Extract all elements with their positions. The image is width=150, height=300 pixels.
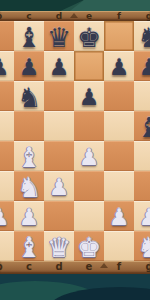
- square-e1[interactable]: ♚: [74, 231, 104, 261]
- square-c5[interactable]: [14, 111, 44, 141]
- square-f4[interactable]: [104, 141, 134, 171]
- square-e7[interactable]: [74, 51, 104, 81]
- white-pawn[interactable]: ♟: [49, 174, 70, 200]
- white-queen[interactable]: ♛: [47, 232, 71, 263]
- square-f2[interactable]: ♟: [104, 201, 134, 231]
- file-label-c: c: [14, 261, 44, 274]
- black-knight[interactable]: ♞: [17, 82, 41, 113]
- square-b6[interactable]: [0, 81, 14, 111]
- file-label-c: c: [14, 11, 44, 21]
- white-knight[interactable]: ♞: [17, 172, 41, 203]
- backdrop-bottom: [0, 273, 150, 300]
- square-g4[interactable]: [134, 141, 150, 171]
- square-g3[interactable]: [134, 171, 150, 201]
- white-pawn[interactable]: ♟: [109, 204, 130, 230]
- square-g6[interactable]: [134, 81, 150, 111]
- square-f6[interactable]: [104, 81, 134, 111]
- black-pawn[interactable]: ♟: [19, 54, 40, 80]
- wood-chevron-icon: [70, 13, 78, 18]
- square-d1[interactable]: ♛: [44, 231, 74, 261]
- square-e3[interactable]: [74, 171, 104, 201]
- square-d4[interactable]: [44, 141, 74, 171]
- white-bishop[interactable]: ♝: [17, 142, 41, 173]
- square-b8[interactable]: [0, 21, 14, 51]
- black-pawn[interactable]: ♟: [79, 84, 100, 110]
- black-bishop[interactable]: ♝: [137, 112, 150, 143]
- black-pawn[interactable]: ♟: [0, 54, 9, 80]
- chess-board[interactable]: ♜♝♛♚♞♜♟♟♟♟♟♟♟♞♟♝♝♟♞♟♟♟♟♟♟♟♜♝♛♚♞♜: [0, 21, 150, 261]
- square-f7[interactable]: ♟: [104, 51, 134, 81]
- square-c4[interactable]: ♝: [14, 141, 44, 171]
- black-queen[interactable]: ♛: [47, 22, 71, 53]
- white-bishop[interactable]: ♝: [17, 232, 41, 263]
- square-f8[interactable]: [104, 21, 134, 51]
- file-label-g: g: [134, 11, 150, 21]
- black-pawn[interactable]: ♟: [109, 54, 130, 80]
- square-e5[interactable]: [74, 111, 104, 141]
- square-e6[interactable]: ♟: [74, 81, 104, 111]
- square-c2[interactable]: ♟: [14, 201, 44, 231]
- wood-chevron-icon: [100, 263, 108, 268]
- square-b2[interactable]: ♟: [0, 201, 14, 231]
- square-e2[interactable]: [74, 201, 104, 231]
- square-c8[interactable]: ♝: [14, 21, 44, 51]
- square-c7[interactable]: ♟: [14, 51, 44, 81]
- white-knight[interactable]: ♞: [137, 232, 150, 263]
- square-d3[interactable]: ♟: [44, 171, 74, 201]
- square-b4[interactable]: [0, 141, 14, 171]
- square-d8[interactable]: ♛: [44, 21, 74, 51]
- square-g7[interactable]: ♟: [134, 51, 150, 81]
- square-f3[interactable]: [104, 171, 134, 201]
- file-label-b: b: [0, 11, 14, 21]
- file-label-b: b: [0, 261, 14, 274]
- board-frame-bottom: abcdefgh: [0, 261, 150, 274]
- square-g1[interactable]: ♞: [134, 231, 150, 261]
- square-g2[interactable]: ♟: [134, 201, 150, 231]
- file-label-f: f: [104, 11, 134, 21]
- square-b7[interactable]: ♟: [0, 51, 14, 81]
- square-d2[interactable]: [44, 201, 74, 231]
- white-king[interactable]: ♚: [77, 232, 101, 263]
- white-pawn[interactable]: ♟: [19, 204, 40, 230]
- square-c3[interactable]: ♞: [14, 171, 44, 201]
- square-b1[interactable]: [0, 231, 14, 261]
- square-c1[interactable]: ♝: [14, 231, 44, 261]
- file-labels-bottom: abcdefgh: [0, 261, 150, 274]
- square-f1[interactable]: [104, 231, 134, 261]
- black-bishop[interactable]: ♝: [17, 22, 41, 53]
- square-e8[interactable]: ♚: [74, 21, 104, 51]
- square-b5[interactable]: [0, 111, 14, 141]
- file-label-d: d: [44, 261, 74, 274]
- square-f5[interactable]: [104, 111, 134, 141]
- white-pawn[interactable]: ♟: [139, 204, 150, 230]
- square-e4[interactable]: ♟: [74, 141, 104, 171]
- board-frame-top: abcdefgh: [0, 11, 150, 21]
- black-pawn[interactable]: ♟: [139, 54, 150, 80]
- black-pawn[interactable]: ♟: [49, 54, 70, 80]
- file-label-e: e: [74, 11, 104, 21]
- file-label-g: g: [134, 261, 150, 274]
- black-king[interactable]: ♚: [77, 22, 101, 53]
- square-g8[interactable]: ♞: [134, 21, 150, 51]
- file-label-f: f: [104, 261, 134, 274]
- square-g5[interactable]: ♝: [134, 111, 150, 141]
- chess-app-screen: abcdefgh ♜♝♛♚♞♜♟♟♟♟♟♟♟♞♟♝♝♟♞♟♟♟♟♟♟♟♜♝♛♚♞…: [0, 0, 150, 300]
- square-d7[interactable]: ♟: [44, 51, 74, 81]
- white-pawn[interactable]: ♟: [0, 204, 9, 230]
- black-knight[interactable]: ♞: [137, 22, 150, 53]
- square-c6[interactable]: ♞: [14, 81, 44, 111]
- white-pawn[interactable]: ♟: [79, 144, 100, 170]
- square-d5[interactable]: [44, 111, 74, 141]
- square-b3[interactable]: [0, 171, 14, 201]
- square-d6[interactable]: [44, 81, 74, 111]
